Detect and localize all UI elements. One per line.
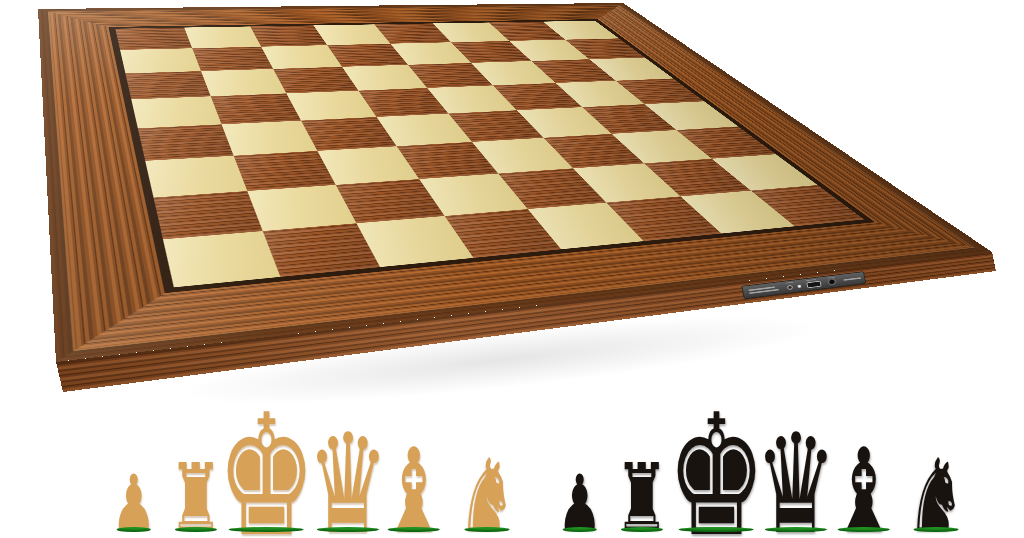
piece-display: ♟♜♚♛♝♞ ♟♜♚♛♝♞ xyxy=(0,0,1024,538)
felt-base xyxy=(465,527,510,532)
dark-knight[interactable]: ♞ xyxy=(891,450,981,532)
felt-base xyxy=(388,527,440,532)
felt-base xyxy=(914,527,959,532)
product-photo: ♟♜♚♛♝♞ ♟♜♚♛♝♞ xyxy=(0,0,1024,538)
light-knight-glyph: ♞ xyxy=(457,446,516,538)
light-knight[interactable]: ♞ xyxy=(442,450,532,532)
felt-base xyxy=(117,527,151,532)
dark-bishop-glyph: ♝ xyxy=(830,433,899,538)
dark-knight-glyph: ♞ xyxy=(906,446,965,538)
felt-base xyxy=(838,527,890,532)
felt-base xyxy=(563,527,597,532)
light-bishop-glyph: ♝ xyxy=(380,433,449,538)
